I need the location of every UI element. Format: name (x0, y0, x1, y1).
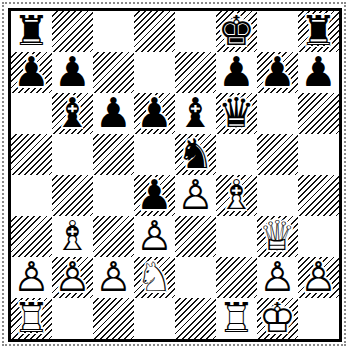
piece-black-pawn: ♟♟ (216, 52, 257, 93)
piece-white-bishop: ♝♗ (52, 216, 93, 257)
piece-black-rook: ♜♜ (11, 11, 52, 52)
piece-black-pawn: ♟♟ (134, 175, 175, 216)
piece-glyph: ♗ (216, 175, 257, 216)
square-d2[interactable]: ♞♘ (134, 257, 175, 298)
square-c2[interactable]: ♟♙ (93, 257, 134, 298)
square-b1[interactable] (52, 298, 93, 339)
piece-black-queen: ♛♛ (216, 93, 257, 134)
square-d5[interactable] (134, 134, 175, 175)
square-a4[interactable] (11, 175, 52, 216)
square-h7[interactable]: ♟♟ (298, 52, 339, 93)
piece-black-knight: ♞♞ (175, 134, 216, 175)
square-c3[interactable] (93, 216, 134, 257)
piece-white-pawn: ♟♙ (175, 175, 216, 216)
square-a1[interactable]: ♜♖ (11, 298, 52, 339)
piece-glyph: ♟ (134, 175, 175, 216)
piece-white-king: ♚♔ (257, 298, 298, 339)
square-h6[interactable] (298, 93, 339, 134)
square-f2[interactable] (216, 257, 257, 298)
square-e5[interactable]: ♞♞ (175, 134, 216, 175)
square-g8[interactable] (257, 11, 298, 52)
piece-glyph: ♚ (216, 11, 257, 52)
piece-white-pawn: ♟♙ (52, 257, 93, 298)
piece-glyph: ♘ (134, 257, 175, 298)
square-f1[interactable]: ♜♖ (216, 298, 257, 339)
piece-glyph: ♗ (52, 216, 93, 257)
square-e6[interactable]: ♝♝ (175, 93, 216, 134)
piece-white-pawn: ♟♙ (93, 257, 134, 298)
piece-black-pawn: ♟♟ (298, 52, 339, 93)
piece-glyph: ♕ (257, 216, 298, 257)
piece-glyph: ♟ (216, 52, 257, 93)
piece-glyph: ♙ (257, 257, 298, 298)
square-c7[interactable] (93, 52, 134, 93)
piece-glyph: ♖ (11, 298, 52, 339)
square-a5[interactable] (11, 134, 52, 175)
piece-glyph: ♖ (216, 298, 257, 339)
square-g7[interactable]: ♟♟ (257, 52, 298, 93)
piece-glyph: ♟ (93, 93, 134, 134)
piece-glyph: ♙ (298, 257, 339, 298)
square-e7[interactable] (175, 52, 216, 93)
piece-glyph: ♙ (134, 216, 175, 257)
piece-glyph: ♛ (216, 93, 257, 134)
square-b7[interactable]: ♟♟ (52, 52, 93, 93)
piece-black-bishop: ♝♝ (175, 93, 216, 134)
square-g4[interactable] (257, 175, 298, 216)
square-f5[interactable] (216, 134, 257, 175)
square-e2[interactable] (175, 257, 216, 298)
square-c5[interactable] (93, 134, 134, 175)
piece-black-rook: ♜♜ (298, 11, 339, 52)
square-h3[interactable] (298, 216, 339, 257)
square-f4[interactable]: ♝♗ (216, 175, 257, 216)
square-d8[interactable] (134, 11, 175, 52)
square-e4[interactable]: ♟♙ (175, 175, 216, 216)
square-h1[interactable] (298, 298, 339, 339)
square-c1[interactable] (93, 298, 134, 339)
square-f3[interactable] (216, 216, 257, 257)
piece-black-king: ♚♚ (216, 11, 257, 52)
piece-black-bishop: ♝♝ (52, 93, 93, 134)
chess-board-frame: ♜♜♚♚♜♜♟♟♟♟♟♟♟♟♟♟♝♝♟♟♟♟♝♝♛♛♞♞♟♟♟♙♝♗♝♗♟♙♛♕… (8, 8, 342, 342)
piece-glyph: ♟ (11, 52, 52, 93)
piece-black-pawn: ♟♟ (11, 52, 52, 93)
square-b2[interactable]: ♟♙ (52, 257, 93, 298)
piece-white-pawn: ♟♙ (11, 257, 52, 298)
square-d6[interactable]: ♟♟ (134, 93, 175, 134)
square-a7[interactable]: ♟♟ (11, 52, 52, 93)
piece-black-pawn: ♟♟ (257, 52, 298, 93)
square-e8[interactable] (175, 11, 216, 52)
square-d4[interactable]: ♟♟ (134, 175, 175, 216)
square-h4[interactable] (298, 175, 339, 216)
piece-glyph: ♙ (175, 175, 216, 216)
square-g3[interactable]: ♛♕ (257, 216, 298, 257)
piece-white-bishop: ♝♗ (216, 175, 257, 216)
square-b6[interactable]: ♝♝ (52, 93, 93, 134)
square-c6[interactable]: ♟♟ (93, 93, 134, 134)
piece-glyph: ♟ (134, 93, 175, 134)
square-a8[interactable]: ♜♜ (11, 11, 52, 52)
piece-glyph: ♜ (11, 11, 52, 52)
piece-glyph: ♟ (298, 52, 339, 93)
piece-glyph: ♜ (298, 11, 339, 52)
piece-white-rook: ♜♖ (11, 298, 52, 339)
square-d7[interactable] (134, 52, 175, 93)
piece-glyph: ♙ (52, 257, 93, 298)
piece-white-queen: ♛♕ (257, 216, 298, 257)
square-b5[interactable] (52, 134, 93, 175)
piece-white-pawn: ♟♙ (134, 216, 175, 257)
piece-white-pawn: ♟♙ (257, 257, 298, 298)
square-a2[interactable]: ♟♙ (11, 257, 52, 298)
chess-board: ♜♜♚♚♜♜♟♟♟♟♟♟♟♟♟♟♝♝♟♟♟♟♝♝♛♛♞♞♟♟♟♙♝♗♝♗♟♙♛♕… (11, 11, 339, 339)
piece-glyph: ♔ (257, 298, 298, 339)
square-d1[interactable] (134, 298, 175, 339)
square-g2[interactable]: ♟♙ (257, 257, 298, 298)
piece-glyph: ♞ (175, 134, 216, 175)
square-g6[interactable] (257, 93, 298, 134)
square-g5[interactable] (257, 134, 298, 175)
square-h8[interactable]: ♜♜ (298, 11, 339, 52)
piece-white-knight: ♞♘ (134, 257, 175, 298)
piece-glyph: ♟ (52, 52, 93, 93)
square-c8[interactable] (93, 11, 134, 52)
square-b3[interactable]: ♝♗ (52, 216, 93, 257)
square-h2[interactable]: ♟♙ (298, 257, 339, 298)
square-f8[interactable]: ♚♚ (216, 11, 257, 52)
piece-black-pawn: ♟♟ (52, 52, 93, 93)
square-g1[interactable]: ♚♔ (257, 298, 298, 339)
square-b4[interactable] (52, 175, 93, 216)
square-b8[interactable] (52, 11, 93, 52)
piece-glyph: ♝ (52, 93, 93, 134)
piece-black-pawn: ♟♟ (134, 93, 175, 134)
piece-glyph: ♙ (93, 257, 134, 298)
square-a3[interactable] (11, 216, 52, 257)
piece-glyph: ♝ (175, 93, 216, 134)
square-a6[interactable] (11, 93, 52, 134)
chess-diagram: ♜♜♚♚♜♜♟♟♟♟♟♟♟♟♟♟♝♝♟♟♟♟♝♝♛♛♞♞♟♟♟♙♝♗♝♗♟♙♛♕… (0, 0, 350, 350)
piece-glyph: ♙ (11, 257, 52, 298)
square-e1[interactable] (175, 298, 216, 339)
piece-white-rook: ♜♖ (216, 298, 257, 339)
square-f7[interactable]: ♟♟ (216, 52, 257, 93)
square-h5[interactable] (298, 134, 339, 175)
piece-white-pawn: ♟♙ (298, 257, 339, 298)
square-e3[interactable] (175, 216, 216, 257)
piece-glyph: ♟ (257, 52, 298, 93)
piece-black-pawn: ♟♟ (93, 93, 134, 134)
square-c4[interactable] (93, 175, 134, 216)
square-f6[interactable]: ♛♛ (216, 93, 257, 134)
square-d3[interactable]: ♟♙ (134, 216, 175, 257)
